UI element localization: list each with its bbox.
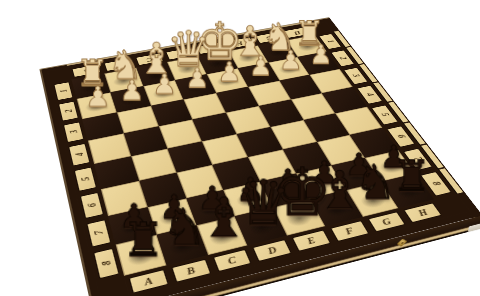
file-label-near-e: E: [291, 230, 331, 252]
rank-label-left-1: 1: [53, 82, 73, 101]
file-label-text: E: [206, 45, 214, 51]
black-rook[interactable]: ♜: [122, 219, 164, 262]
white-pawn[interactable]: ♟: [249, 54, 273, 78]
rank-label-left-5: 5: [74, 167, 97, 192]
rank-label-text: 5: [79, 176, 91, 182]
file-label-near-f: F: [330, 220, 369, 242]
chess-set-photo: ABCDEFGH1♜♞♝♛♚♝♞♜12♟♟♟♟♟♟♟♟2334455667♟♟♟…: [0, 0, 480, 296]
white-pawn[interactable]: ♟: [119, 78, 144, 103]
rank-label-text: 1: [58, 89, 68, 93]
rank-label-left-8: 8: [93, 248, 120, 279]
file-label-text: D: [176, 51, 184, 57]
file-label-near-a: A: [128, 269, 168, 294]
border-cell: 3: [60, 119, 88, 145]
file-label-near-g: G: [367, 211, 406, 232]
white-pawn[interactable]: ♟: [217, 60, 241, 85]
rank-label-text: 3: [351, 74, 361, 78]
rank-label-text: 4: [74, 152, 85, 157]
rank-label-right-5: 5: [371, 105, 399, 125]
black-knight[interactable]: ♞: [161, 205, 206, 252]
file-label-near-c: C: [212, 249, 252, 272]
file-label-text: H: [416, 208, 429, 218]
black-bishop[interactable]: ♝: [200, 193, 248, 242]
file-label-near-h: H: [403, 202, 442, 223]
file-label-text: F: [343, 226, 355, 236]
board-grid: ABCDEFGH1♜♞♝♛♚♝♞♜12♟♟♟♟♟♟♟♟2334455667♟♟♟…: [48, 22, 470, 296]
file-label-near-b: B: [171, 259, 211, 283]
file-label-text: G: [380, 217, 392, 227]
file-label-text: B: [185, 265, 196, 276]
border-cell: 5: [70, 164, 101, 194]
photo-scene: ABCDEFGH1♜♞♝♛♚♝♞♜12♟♟♟♟♟♟♟♟2334455667♟♟♟…: [0, 0, 480, 296]
rank-label-text: 8: [100, 260, 113, 267]
white-pawn[interactable]: ♟: [309, 43, 332, 67]
white-pawn[interactable]: ♟: [153, 72, 178, 97]
file-label-text: A: [82, 68, 90, 74]
file-label-near-d: D: [252, 239, 292, 262]
file-label-text: C: [226, 255, 237, 266]
rank-label-text: 4: [364, 92, 375, 96]
rank-label-text: 6: [86, 202, 98, 208]
border-cell: A: [124, 266, 173, 296]
rank-label-text: 2: [337, 56, 347, 60]
rank-label-text: 2: [63, 108, 73, 113]
corner-bracket-icon: [468, 223, 480, 232]
square-a8[interactable]: ♜: [116, 235, 167, 276]
rank-label-left-7: 7: [86, 219, 111, 248]
file-label-text: D: [266, 245, 278, 256]
white-pawn[interactable]: ♟: [185, 66, 209, 91]
brass-clasp-icon: [396, 237, 408, 247]
file-label-text: E: [305, 236, 317, 246]
white-pawn[interactable]: ♟: [279, 48, 303, 72]
rank-label-left-6: 6: [80, 192, 104, 219]
rank-label-text: 7: [92, 230, 104, 237]
rank-label-text: 1: [325, 39, 335, 43]
rank-label-text: 3: [68, 129, 79, 134]
chess-board: ABCDEFGH1♜♞♝♛♚♝♞♜12♟♟♟♟♟♟♟♟2334455667♟♟♟…: [39, 17, 480, 296]
rank-label-left-3: 3: [63, 121, 85, 143]
rank-label-text: 8: [430, 181, 442, 187]
black-rook[interactable]: ♜: [392, 157, 430, 196]
rank-label-text: 5: [379, 112, 390, 117]
file-label-text: A: [143, 276, 154, 287]
white-pawn[interactable]: ♟: [85, 84, 110, 110]
rank-label-left-4: 4: [68, 143, 90, 166]
rank-label-left-2: 2: [58, 101, 79, 121]
